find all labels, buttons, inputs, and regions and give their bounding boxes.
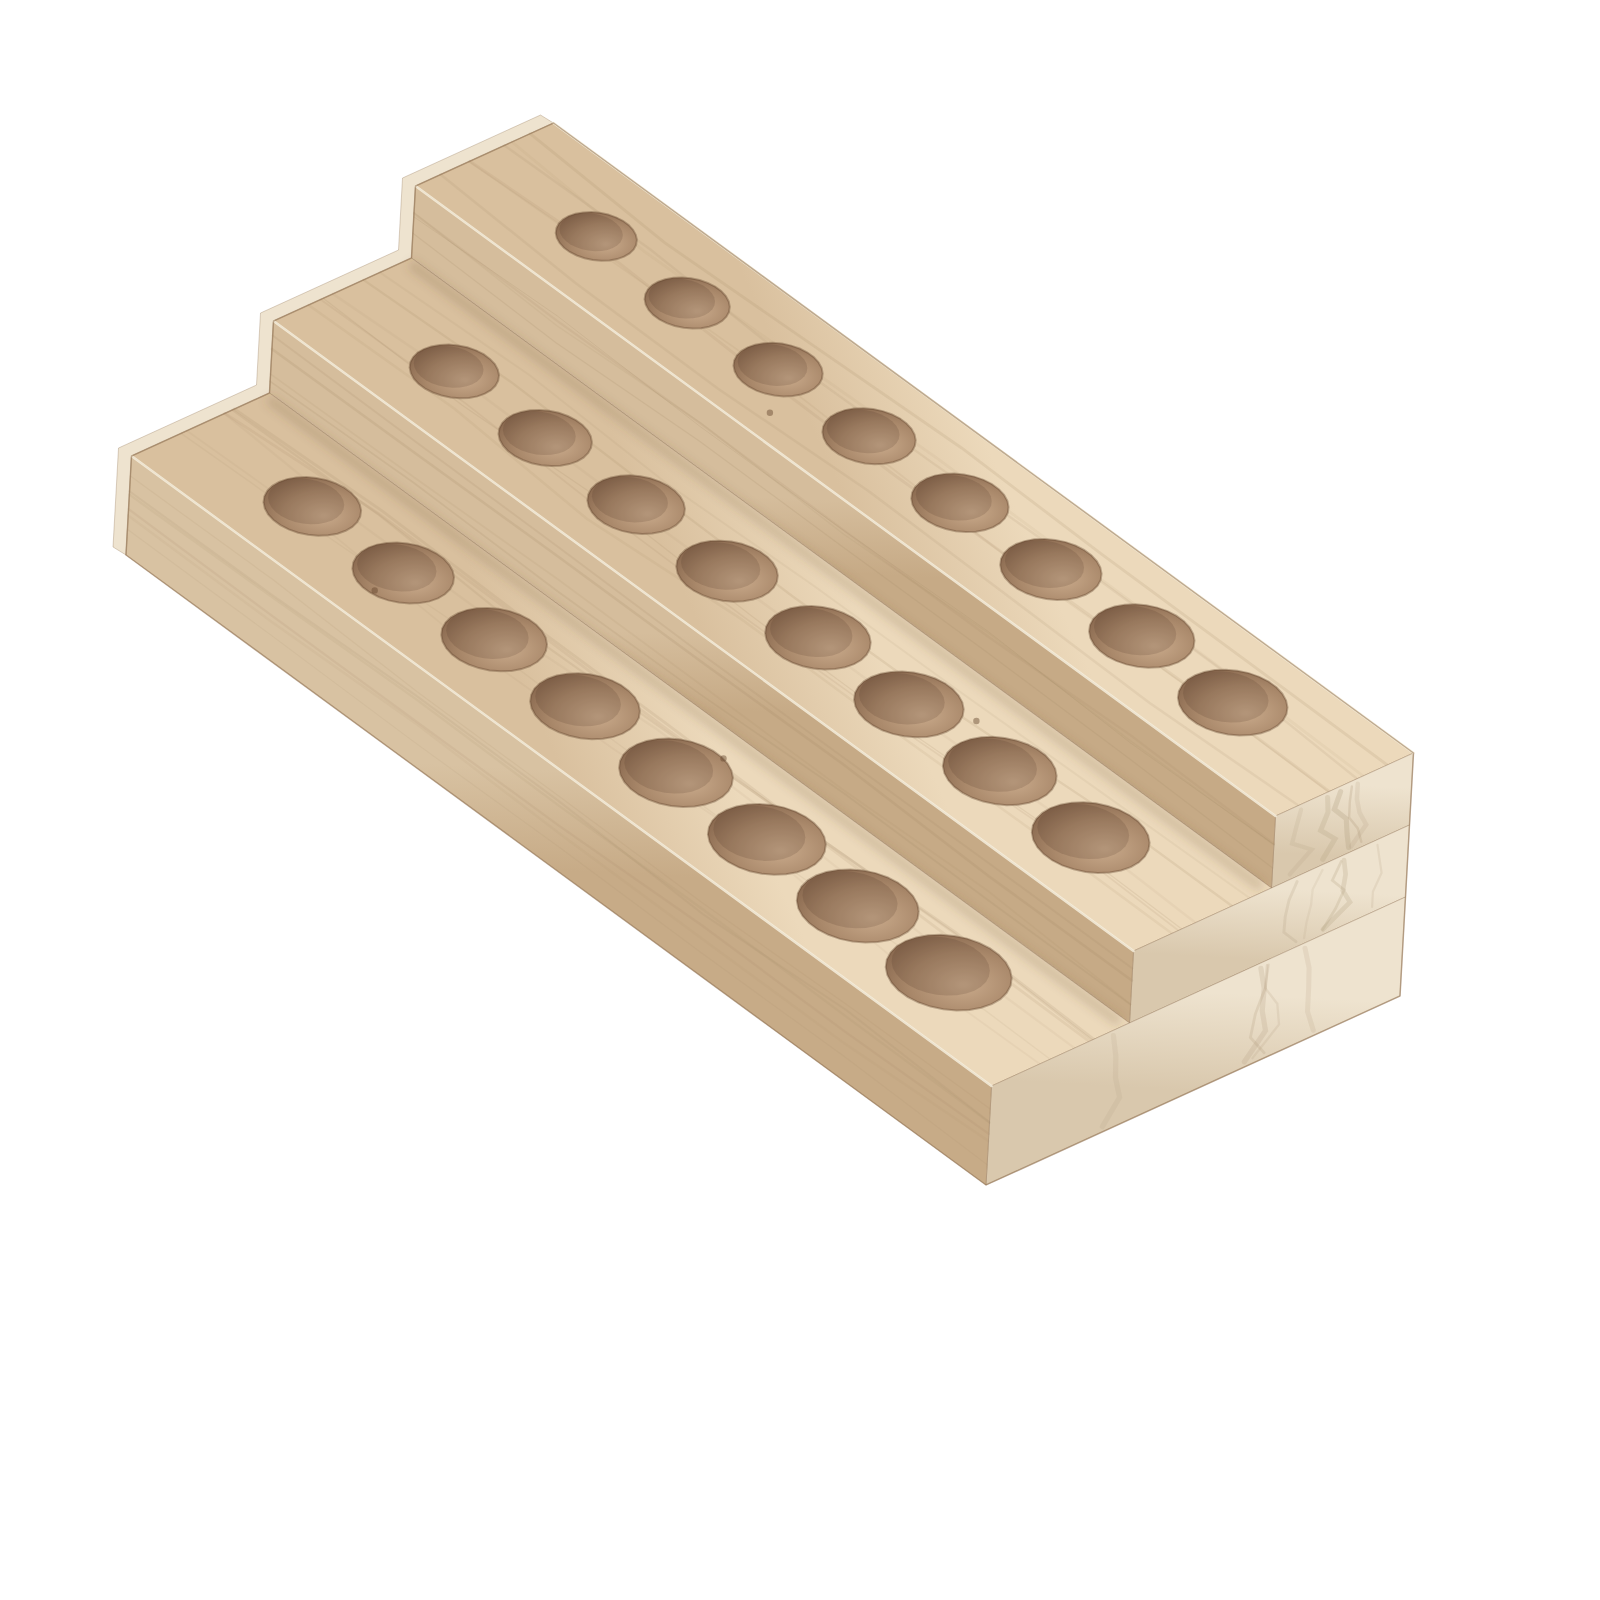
wooden-rack-photo — [0, 0, 1600, 1600]
wood-knot-speck — [767, 410, 773, 416]
product-photo-stage — [0, 0, 1600, 1600]
wood-knot-speck — [720, 755, 726, 761]
wood-knot-speck — [372, 587, 378, 593]
wood-knot-speck — [973, 718, 979, 724]
wooden-rack — [113, 115, 1414, 1185]
